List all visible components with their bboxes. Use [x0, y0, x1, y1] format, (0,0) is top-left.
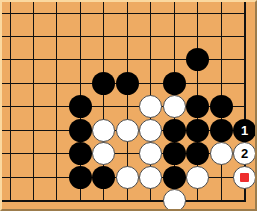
white-stone — [139, 95, 162, 118]
move-1-stone: 1 — [233, 119, 256, 142]
black-stone — [116, 72, 139, 95]
black-stone — [186, 119, 209, 142]
grid-line-vertical — [33, 2, 34, 202]
black-stone — [92, 166, 115, 189]
white-stone — [92, 142, 115, 165]
white-stone — [116, 166, 139, 189]
black-stone — [69, 142, 92, 165]
black-stone — [163, 166, 186, 189]
black-stone — [69, 119, 92, 142]
black-stone — [163, 119, 186, 142]
black-stone — [69, 95, 92, 118]
go-board: 12 — [0, 0, 257, 211]
black-stone — [163, 72, 186, 95]
board-edge-line-bottom — [2, 200, 246, 202]
grid-line-vertical — [56, 2, 57, 202]
black-stone — [186, 48, 209, 71]
square-marked-white-stone — [233, 166, 256, 189]
black-stone — [92, 72, 115, 95]
black-stone — [210, 95, 233, 118]
white-stone — [139, 119, 162, 142]
white-stone — [139, 166, 162, 189]
black-stone — [163, 142, 186, 165]
black-stone — [186, 95, 209, 118]
white-stone — [163, 95, 186, 118]
white-stone — [92, 119, 115, 142]
white-stone — [186, 166, 209, 189]
move-2-stone: 2 — [233, 142, 256, 165]
white-stone — [210, 142, 233, 165]
white-stone — [163, 189, 186, 211]
black-stone — [210, 119, 233, 142]
grid-line-vertical — [10, 2, 11, 202]
white-stone — [116, 119, 139, 142]
red-square-marker — [240, 173, 249, 182]
black-stone — [186, 142, 209, 165]
black-stone — [69, 166, 92, 189]
grid-line-horizontal — [2, 36, 246, 37]
white-stone — [139, 142, 162, 165]
grid-line-horizontal — [2, 13, 246, 14]
